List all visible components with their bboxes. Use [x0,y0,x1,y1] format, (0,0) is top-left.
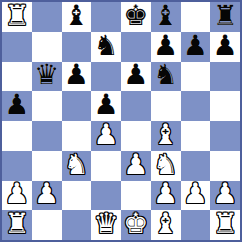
square-g7[interactable]: ♟ [181,32,211,62]
square-c5[interactable] [62,91,92,121]
square-g2[interactable]: ♟ [181,181,211,211]
square-c6[interactable]: ♟ [62,62,92,92]
square-h7[interactable]: ♟ [210,32,240,62]
square-b6[interactable]: ♛ [32,62,62,92]
chessboard: ♜♝♚♝♜♞♟♟♟♛♟♟♞♟♟♟♝♞♟♞♟♟♟♟♟♜♛♚♝♜ [0,0,242,242]
piece-white-pawn[interactable]: ♟ [4,180,29,208]
piece-white-king[interactable]: ♚ [123,210,148,238]
square-e8[interactable]: ♚ [121,2,151,32]
square-e3[interactable]: ♟ [121,151,151,181]
piece-black-pawn[interactable]: ♟ [153,32,178,60]
square-c8[interactable]: ♝ [62,2,92,32]
piece-black-pawn[interactable]: ♟ [64,61,89,89]
square-c1[interactable] [62,210,92,240]
piece-white-pawn[interactable]: ♟ [153,180,178,208]
square-f5[interactable] [151,91,181,121]
square-h3[interactable] [210,151,240,181]
square-b8[interactable] [32,2,62,32]
square-e1[interactable]: ♚ [121,210,151,240]
piece-white-rook[interactable]: ♜ [213,210,238,238]
piece-black-pawn[interactable]: ♟ [123,61,148,89]
square-h6[interactable] [210,62,240,92]
square-c3[interactable]: ♞ [62,151,92,181]
square-f4[interactable]: ♝ [151,121,181,151]
square-c4[interactable] [62,121,92,151]
piece-white-pawn[interactable]: ♟ [213,180,238,208]
square-f6[interactable]: ♞ [151,62,181,92]
square-g3[interactable] [181,151,211,181]
piece-white-pawn[interactable]: ♟ [183,180,208,208]
square-d2[interactable] [91,181,121,211]
square-g8[interactable] [181,2,211,32]
square-b2[interactable]: ♟ [32,181,62,211]
square-d8[interactable] [91,2,121,32]
square-g5[interactable] [181,91,211,121]
piece-white-pawn[interactable]: ♟ [34,180,59,208]
square-b3[interactable] [32,151,62,181]
square-d3[interactable] [91,151,121,181]
square-e2[interactable] [121,181,151,211]
square-f1[interactable]: ♝ [151,210,181,240]
piece-white-bishop[interactable]: ♝ [153,121,178,149]
square-a4[interactable] [2,121,32,151]
square-g6[interactable] [181,62,211,92]
square-a6[interactable] [2,62,32,92]
piece-white-bishop[interactable]: ♝ [153,210,178,238]
piece-black-pawn[interactable]: ♟ [94,91,119,119]
square-h1[interactable]: ♜ [210,210,240,240]
square-b5[interactable] [32,91,62,121]
piece-black-knight[interactable]: ♞ [153,61,178,89]
piece-white-queen[interactable]: ♛ [94,210,119,238]
square-c2[interactable] [62,181,92,211]
piece-white-rook[interactable]: ♜ [4,210,29,238]
piece-black-knight[interactable]: ♞ [94,32,119,60]
square-b1[interactable] [32,210,62,240]
square-e6[interactable]: ♟ [121,62,151,92]
piece-white-rook[interactable]: ♜ [4,2,29,30]
square-d7[interactable]: ♞ [91,32,121,62]
square-e5[interactable] [121,91,151,121]
square-b7[interactable] [32,32,62,62]
piece-black-pawn[interactable]: ♟ [213,32,238,60]
piece-black-pawn[interactable]: ♟ [4,91,29,119]
square-d6[interactable] [91,62,121,92]
square-a2[interactable]: ♟ [2,181,32,211]
piece-white-knight[interactable]: ♞ [153,151,178,179]
square-h8[interactable]: ♜ [210,2,240,32]
square-d5[interactable]: ♟ [91,91,121,121]
chessboard-container: ♜♝♚♝♜♞♟♟♟♛♟♟♞♟♟♟♝♞♟♞♟♟♟♟♟♜♛♚♝♜ [0,0,242,242]
square-a5[interactable]: ♟ [2,91,32,121]
square-h4[interactable] [210,121,240,151]
square-h2[interactable]: ♟ [210,181,240,211]
square-f7[interactable]: ♟ [151,32,181,62]
square-g1[interactable] [181,210,211,240]
square-a1[interactable]: ♜ [2,210,32,240]
piece-black-bishop[interactable]: ♝ [153,2,178,30]
piece-white-knight[interactable]: ♞ [64,151,89,179]
square-d4[interactable]: ♟ [91,121,121,151]
piece-black-bishop[interactable]: ♝ [64,2,89,30]
piece-white-pawn[interactable]: ♟ [123,151,148,179]
square-d1[interactable]: ♛ [91,210,121,240]
square-a7[interactable] [2,32,32,62]
square-f2[interactable]: ♟ [151,181,181,211]
piece-white-pawn[interactable]: ♟ [94,121,119,149]
piece-black-queen[interactable]: ♛ [34,61,59,89]
piece-black-king[interactable]: ♚ [123,2,148,30]
square-b4[interactable] [32,121,62,151]
square-f3[interactable]: ♞ [151,151,181,181]
square-h5[interactable] [210,91,240,121]
square-a3[interactable] [2,151,32,181]
square-g4[interactable] [181,121,211,151]
square-f8[interactable]: ♝ [151,2,181,32]
piece-black-rook[interactable]: ♜ [213,2,238,30]
square-a8[interactable]: ♜ [2,2,32,32]
piece-black-pawn[interactable]: ♟ [183,32,208,60]
square-c7[interactable] [62,32,92,62]
square-e4[interactable] [121,121,151,151]
square-e7[interactable] [121,32,151,62]
